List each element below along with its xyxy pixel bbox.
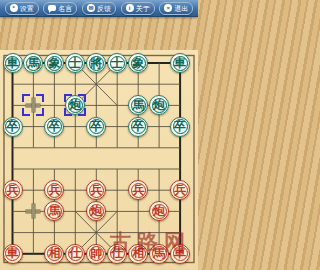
- quotes-button[interactable]: 名言: [43, 2, 77, 15]
- settings-label: 设置: [20, 3, 34, 14]
- piece-label: 帥: [90, 245, 102, 262]
- piece-black-soldier[interactable]: 卒: [170, 117, 190, 137]
- piece-label: 仕: [69, 245, 81, 262]
- piece-label: 車: [174, 245, 186, 262]
- piece-black-soldier[interactable]: 卒: [44, 117, 64, 137]
- exit-button[interactable]: × 退出: [159, 2, 193, 15]
- piece-label: 炮: [153, 203, 165, 220]
- piece-label: 士: [111, 55, 123, 72]
- piece-label: 兵: [174, 182, 186, 199]
- piece-label: 車: [7, 55, 19, 72]
- piece-label: 仕: [111, 245, 123, 262]
- piece-label: 車: [7, 245, 19, 262]
- piece-label: 卒: [90, 118, 102, 135]
- piece-label: 卒: [7, 118, 19, 135]
- piece-black-soldier[interactable]: 卒: [86, 117, 106, 137]
- piece-red-horse[interactable]: 馬: [149, 244, 169, 264]
- piece-label: 馬: [48, 203, 60, 220]
- piece-black-chariot[interactable]: 車: [170, 53, 190, 73]
- feedback-label: 反馈: [97, 3, 111, 14]
- piece-red-soldier[interactable]: 兵: [3, 180, 23, 200]
- board-grid: [0, 50, 198, 270]
- piece-red-elephant[interactable]: 相: [128, 244, 148, 264]
- piece-red-chariot[interactable]: 車: [3, 244, 23, 264]
- piece-label: 象: [48, 55, 60, 72]
- piece-label: 兵: [7, 182, 19, 199]
- piece-label: 象: [132, 55, 144, 72]
- piece-label: 兵: [90, 182, 102, 199]
- exit-icon: ×: [164, 4, 172, 12]
- piece-label: 馬: [153, 245, 165, 262]
- settings-button[interactable]: * 设置: [5, 2, 39, 15]
- about-button[interactable]: i 关于: [121, 2, 155, 15]
- exit-label: 退出: [174, 3, 188, 14]
- piece-label: 相: [132, 245, 144, 262]
- piece-label: 車: [174, 55, 186, 72]
- piece-black-elephant[interactable]: 象: [128, 53, 148, 73]
- about-label: 关于: [136, 3, 150, 14]
- piece-label: 士: [69, 55, 81, 72]
- piece-black-soldier[interactable]: 卒: [128, 117, 148, 137]
- piece-label: 馬: [132, 97, 144, 114]
- piece-red-advisor[interactable]: 仕: [65, 244, 85, 264]
- piece-label: 炮: [90, 203, 102, 220]
- piece-label: 將: [90, 55, 102, 72]
- feedback-button[interactable]: ✉ 反馈: [82, 2, 116, 15]
- piece-label: 炮: [153, 97, 165, 114]
- info-icon: i: [126, 4, 134, 12]
- quotes-label: 名言: [58, 3, 72, 14]
- envelope-icon: ✉: [87, 4, 95, 12]
- piece-label: 卒: [174, 118, 186, 135]
- piece-red-chariot[interactable]: 車: [170, 244, 190, 264]
- piece-red-general[interactable]: 帥: [86, 244, 106, 264]
- toolbar: * 设置 名言 ✉ 反馈 i 关于 × 退出: [0, 0, 198, 17]
- piece-label: 卒: [48, 118, 60, 135]
- piece-red-advisor[interactable]: 仕: [107, 244, 127, 264]
- piece-label: 兵: [132, 182, 144, 199]
- piece-black-soldier[interactable]: 卒: [3, 117, 23, 137]
- piece-label: 馬: [27, 55, 39, 72]
- piece-black-chariot[interactable]: 車: [3, 53, 23, 73]
- gear-icon: *: [10, 4, 18, 12]
- chat-bubble-icon: [48, 5, 56, 11]
- piece-label: 卒: [132, 118, 144, 135]
- xiangqi-board[interactable]: 車馬象士將士象車炮馬炮卒卒卒卒卒兵兵兵兵兵馬炮炮車相仕帥仕相馬車: [0, 50, 198, 270]
- piece-label: 兵: [48, 182, 60, 199]
- piece-label: 相: [48, 245, 60, 262]
- piece-label: 炮: [69, 97, 81, 114]
